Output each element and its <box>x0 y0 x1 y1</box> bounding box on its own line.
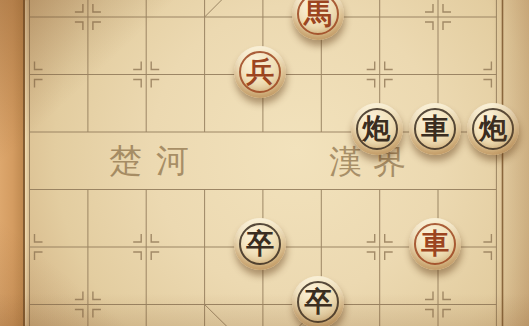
piece-glyph: 卒 <box>234 218 286 270</box>
piece-black-cannon-2[interactable]: 炮 <box>467 103 519 155</box>
piece-red-pawn[interactable]: 兵 <box>234 46 286 98</box>
xiangqi-board-screen: 楚河 漢界 馬兵炮車炮卒車卒 <box>0 0 529 326</box>
piece-black-pawn-2[interactable]: 卒 <box>292 276 344 326</box>
piece-black-cannon-1[interactable]: 炮 <box>351 103 403 155</box>
pieces-layer: 馬兵炮車炮卒車卒 <box>0 0 529 326</box>
piece-glyph: 車 <box>409 218 461 270</box>
piece-glyph: 車 <box>409 103 461 155</box>
piece-black-pawn-1[interactable]: 卒 <box>234 218 286 270</box>
piece-black-chariot-1[interactable]: 車 <box>409 103 461 155</box>
piece-red-chariot[interactable]: 車 <box>409 218 461 270</box>
piece-glyph: 炮 <box>351 103 403 155</box>
piece-glyph: 兵 <box>234 46 286 98</box>
piece-glyph: 馬 <box>292 0 344 40</box>
piece-glyph: 卒 <box>292 276 344 326</box>
piece-glyph: 炮 <box>467 103 519 155</box>
piece-red-horse[interactable]: 馬 <box>292 0 344 40</box>
